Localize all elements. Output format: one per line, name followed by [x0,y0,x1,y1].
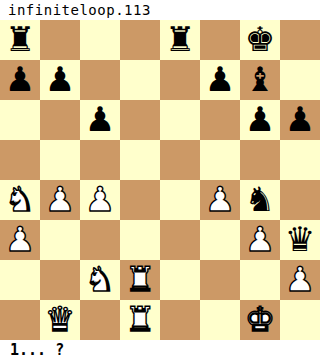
black-queen-icon: ♛ [285,222,315,256]
square-a3[interactable]: ♟ [0,220,40,260]
square-f7[interactable]: ♟ [200,60,240,100]
square-b6[interactable] [40,100,80,140]
square-e5[interactable] [160,140,200,180]
square-c2[interactable]: ♞ [80,260,120,300]
square-f3[interactable] [200,220,240,260]
square-h5[interactable] [280,140,320,180]
white-pawn-icon: ♟ [285,262,315,296]
square-e6[interactable] [160,100,200,140]
white-queen-icon: ♛ [45,302,75,336]
white-pawn-icon: ♟ [245,222,275,256]
black-rook-icon: ♜ [5,22,35,56]
square-h6[interactable]: ♟ [280,100,320,140]
square-d1[interactable]: ♜ [120,300,160,340]
square-e8[interactable]: ♜ [160,20,200,60]
square-g7[interactable]: ♝ [240,60,280,100]
square-g8[interactable]: ♚ [240,20,280,60]
square-c4[interactable]: ♟ [80,180,120,220]
black-pawn-icon: ♟ [45,62,75,96]
square-b8[interactable] [40,20,80,60]
square-f4[interactable]: ♟ [200,180,240,220]
square-c6[interactable]: ♟ [80,100,120,140]
square-e1[interactable] [160,300,200,340]
square-d5[interactable] [120,140,160,180]
white-rook-icon: ♜ [125,302,155,336]
square-f1[interactable] [200,300,240,340]
square-a8[interactable]: ♜ [0,20,40,60]
square-h4[interactable] [280,180,320,220]
square-b7[interactable]: ♟ [40,60,80,100]
square-a4[interactable]: ♞ [0,180,40,220]
black-pawn-icon: ♟ [85,102,115,136]
square-f2[interactable] [200,260,240,300]
square-b4[interactable]: ♟ [40,180,80,220]
square-d4[interactable] [120,180,160,220]
square-e4[interactable] [160,180,200,220]
black-pawn-icon: ♟ [285,102,315,136]
square-f8[interactable] [200,20,240,60]
white-pawn-icon: ♟ [45,182,75,216]
square-h1[interactable] [280,300,320,340]
square-b3[interactable] [40,220,80,260]
status-bar: 1... ? [0,340,320,360]
square-d8[interactable] [120,20,160,60]
square-b1[interactable]: ♛ [40,300,80,340]
square-g2[interactable] [240,260,280,300]
square-c5[interactable] [80,140,120,180]
square-a1[interactable] [0,300,40,340]
white-knight-icon: ♞ [85,262,115,296]
square-h2[interactable]: ♟ [280,260,320,300]
white-pawn-icon: ♟ [205,182,235,216]
black-pawn-icon: ♟ [5,62,35,96]
square-h8[interactable] [280,20,320,60]
square-g6[interactable]: ♟ [240,100,280,140]
white-knight-icon: ♞ [5,182,35,216]
square-c8[interactable] [80,20,120,60]
white-rook-icon: ♜ [125,262,155,296]
square-d3[interactable] [120,220,160,260]
square-d6[interactable] [120,100,160,140]
black-pawn-icon: ♟ [205,62,235,96]
square-f5[interactable] [200,140,240,180]
black-knight-icon: ♞ [245,182,275,216]
square-e7[interactable] [160,60,200,100]
square-a7[interactable]: ♟ [0,60,40,100]
square-a6[interactable] [0,100,40,140]
black-bishop-icon: ♝ [245,62,275,96]
square-g4[interactable]: ♞ [240,180,280,220]
white-pawn-icon: ♟ [85,182,115,216]
square-c1[interactable] [80,300,120,340]
title-bar: infiniteloop.113 [0,0,320,20]
black-king-icon: ♚ [245,22,275,56]
page-title: infiniteloop.113 [8,2,151,18]
square-b5[interactable] [40,140,80,180]
square-b2[interactable] [40,260,80,300]
square-d7[interactable] [120,60,160,100]
square-e2[interactable] [160,260,200,300]
square-a2[interactable] [0,260,40,300]
square-h3[interactable]: ♛ [280,220,320,260]
white-pawn-icon: ♟ [5,222,35,256]
chess-board: ♜♜♚♟♟♟♝♟♟♟♞♟♟♟♞♟♟♛♞♜♟♛♜♚ [0,20,320,340]
square-a5[interactable] [0,140,40,180]
square-g1[interactable]: ♚ [240,300,280,340]
square-f6[interactable] [200,100,240,140]
square-h7[interactable] [280,60,320,100]
white-king-icon: ♚ [245,302,275,336]
square-g5[interactable] [240,140,280,180]
square-c3[interactable] [80,220,120,260]
move-prompt: 1... ? [10,341,64,359]
square-g3[interactable]: ♟ [240,220,280,260]
square-c7[interactable] [80,60,120,100]
black-pawn-icon: ♟ [245,102,275,136]
square-e3[interactable] [160,220,200,260]
black-rook-icon: ♜ [165,22,195,56]
square-d2[interactable]: ♜ [120,260,160,300]
